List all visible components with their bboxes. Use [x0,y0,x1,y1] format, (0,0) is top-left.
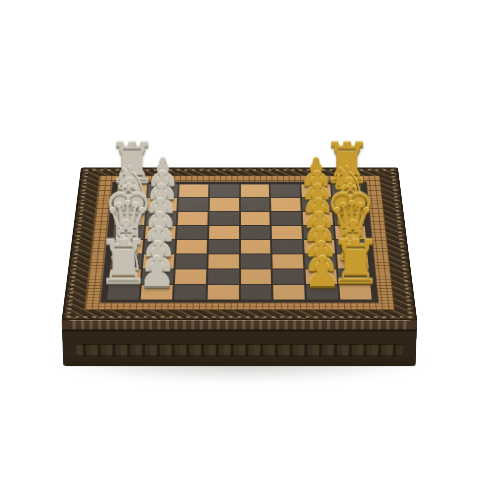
pieces-layer: ♜♟♟♜♞♟♟♞♝♟♟♝♚♟♟♚♛♟♟♛♝♟♟♝♞♟♟♞♜♟♟♜ [106,184,373,300]
photo-stage: ♜♟♟♜♞♟♟♞♝♟♟♝♚♟♟♚♛♟♟♛♝♟♟♝♞♟♟♞♜♟♟♜ [0,0,480,480]
board-box: ♜♟♟♜♞♟♟♞♝♟♟♝♚♟♟♚♛♟♟♛♝♟♟♝♞♟♟♞♜♟♟♜ [62,168,417,321]
box-front-face [62,320,417,366]
chess-set-photo: ♜♟♟♜♞♟♟♞♝♟♟♝♚♟♟♚♛♟♟♛♝♟♟♝♞♟♟♞♜♟♟♜ [0,0,480,480]
black-rook: ♜ [322,233,389,293]
white-rook: ♜ [90,233,157,293]
